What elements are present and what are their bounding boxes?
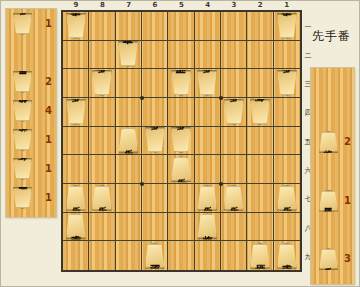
- gote-hand-silver[interactable]: 銀将: [12, 100, 33, 122]
- board-cell-4一[interactable]: [195, 12, 221, 41]
- file-label-8: 8: [89, 1, 115, 9]
- board-cell-3一[interactable]: [221, 12, 247, 41]
- board-cell-7三[interactable]: [116, 69, 142, 98]
- sente-hand-gold-count: 2: [344, 136, 351, 147]
- piece-kanji: 歩兵: [281, 83, 292, 84]
- board-cell-8五[interactable]: [89, 127, 115, 156]
- piece-kanji: 王将: [175, 83, 186, 84]
- sente-hand-tray: 金将2桂馬1歩兵3: [311, 68, 354, 284]
- board-cell-8六[interactable]: [89, 155, 115, 184]
- board-cell-5七[interactable]: [168, 184, 194, 213]
- piece-king-sente[interactable]: 玉将: [144, 243, 166, 269]
- board-cell-7一[interactable]: [116, 12, 142, 41]
- piece-gold-sente[interactable]: 金将: [196, 213, 218, 239]
- gote-hand-pawn-count: 1: [45, 18, 52, 29]
- board-cell-2五[interactable]: [247, 127, 273, 156]
- board-cell-8七[interactable]: 歩兵: [89, 184, 115, 213]
- board-cell-1二[interactable]: [274, 41, 300, 70]
- piece-pawn-sente[interactable]: 歩兵: [276, 185, 298, 211]
- piece-kanji: 桂馬: [324, 200, 334, 201]
- piece-pawn-sente[interactable]: 歩兵: [170, 156, 192, 182]
- board-cell-3六[interactable]: [221, 155, 247, 184]
- file-label-1: 1: [274, 1, 300, 9]
- board-cell-3八[interactable]: [221, 213, 247, 242]
- gote-hand-bishop[interactable]: 角行: [12, 158, 33, 180]
- board-cell-3七[interactable]: 歩兵: [221, 184, 247, 213]
- board-cell-2四[interactable]: 角行: [247, 98, 273, 127]
- board-cell-5八[interactable]: [168, 213, 194, 242]
- piece-kanji: 歩兵: [96, 83, 107, 84]
- board-cell-5二[interactable]: [168, 41, 194, 70]
- piece-gold-gote[interactable]: 金将: [12, 129, 33, 151]
- board-cell-4七[interactable]: 歩兵: [195, 184, 221, 213]
- hoshi-dot: [219, 96, 223, 100]
- board-cell-5六[interactable]: 歩兵: [168, 155, 194, 184]
- piece-kanji: 飛車: [18, 198, 28, 199]
- piece-pawn-sente[interactable]: 歩兵: [65, 185, 87, 211]
- piece-lance-gote[interactable]: 香車: [65, 13, 87, 39]
- piece-kanji: 歩兵: [324, 259, 334, 260]
- piece-kanji: 歩兵: [228, 111, 239, 112]
- piece-lance-gote[interactable]: 香車: [276, 13, 298, 39]
- board-cell-4三[interactable]: 歩兵: [195, 69, 221, 98]
- board-cell-9五[interactable]: [63, 127, 89, 156]
- board-cell-7八[interactable]: [116, 213, 142, 242]
- board-cell-6六[interactable]: [142, 155, 168, 184]
- piece-pawn-sente[interactable]: 歩兵: [117, 127, 139, 153]
- piece-kanji: 金将: [18, 140, 28, 141]
- shogi-app: 歩兵1桂馬2銀将4金将1角行1飛車1 香車香車飛車歩兵王将歩兵歩兵歩兵歩兵角行歩…: [0, 0, 360, 287]
- file-label-3: 3: [221, 1, 247, 9]
- piece-kanji: 歩兵: [228, 197, 239, 198]
- sente-hand-pawn[interactable]: 歩兵: [318, 248, 339, 270]
- file-label-4: 4: [195, 1, 221, 9]
- piece-kanji: 銀将: [18, 111, 28, 112]
- piece-pawn-gote[interactable]: 歩兵: [91, 70, 113, 96]
- piece-kanji: 歩兵: [96, 197, 107, 198]
- board-cell-7五[interactable]: 歩兵: [116, 127, 142, 156]
- piece-kanji: 香車: [70, 226, 81, 227]
- board-cell-3九[interactable]: [221, 241, 247, 270]
- piece-kanji: 歩兵: [149, 140, 160, 141]
- sente-hand-gold[interactable]: 金将: [318, 131, 339, 153]
- piece-pawn-gote[interactable]: 歩兵: [276, 70, 298, 96]
- gote-hand-knight-count: 2: [45, 76, 52, 87]
- turn-indicator-label: 先手番: [312, 28, 358, 45]
- board-cell-4八[interactable]: 金将: [195, 213, 221, 242]
- piece-kanji: 香車: [281, 255, 292, 256]
- board-cell-3四[interactable]: 歩兵: [221, 98, 247, 127]
- hoshi-dot: [140, 96, 144, 100]
- piece-knight-sente[interactable]: 桂馬: [249, 243, 271, 269]
- piece-kanji: 角行: [254, 111, 265, 112]
- hoshi-dot: [140, 182, 144, 186]
- board-cell-5九[interactable]: [168, 241, 194, 270]
- board-cell-5三[interactable]: 王将: [168, 69, 194, 98]
- board-cell-1八[interactable]: [274, 213, 300, 242]
- piece-lance-sente[interactable]: 香車: [276, 243, 298, 269]
- piece-pawn-sente[interactable]: 歩兵: [223, 185, 245, 211]
- board-cell-1三[interactable]: 歩兵: [274, 69, 300, 98]
- board-cell-6四[interactable]: [142, 98, 168, 127]
- board-cell-9一[interactable]: 香車: [63, 12, 89, 41]
- board-cell-6三[interactable]: [142, 69, 168, 98]
- board-cell-7四[interactable]: [116, 98, 142, 127]
- board-cell-5一[interactable]: [168, 12, 194, 41]
- piece-kanji: 桂馬: [254, 255, 265, 256]
- board-cell-8二[interactable]: [89, 41, 115, 70]
- board-cell-3五[interactable]: [221, 127, 247, 156]
- piece-kanji: 歩兵: [175, 169, 186, 170]
- board-cell-2八[interactable]: [247, 213, 273, 242]
- gote-hand-tray: 歩兵1桂馬2銀将4金将1角行1飛車1: [6, 9, 56, 217]
- piece-kanji: 桂馬: [18, 82, 28, 83]
- piece-lance-sente[interactable]: 香車: [65, 213, 87, 239]
- piece-kanji: 歩兵: [281, 197, 292, 198]
- board-cell-5四[interactable]: [168, 98, 194, 127]
- file-label-2: 2: [247, 1, 273, 9]
- shogi-board: 香車香車飛車歩兵王将歩兵歩兵歩兵歩兵角行歩兵歩兵歩兵歩兵歩兵歩兵歩兵歩兵歩兵香車…: [61, 10, 302, 272]
- gote-hand-rook-count: 1: [45, 192, 52, 203]
- board-cell-7二[interactable]: 飛車: [116, 41, 142, 70]
- board-cell-1六[interactable]: [274, 155, 300, 184]
- gote-hand-knight[interactable]: 桂馬: [12, 71, 33, 93]
- piece-rook-gote[interactable]: 飛車: [117, 41, 139, 67]
- gote-hand-rook[interactable]: 飛車: [12, 187, 33, 209]
- piece-pawn-gote[interactable]: 歩兵: [144, 127, 166, 153]
- board-cell-9九[interactable]: [63, 241, 89, 270]
- board-grid: 香車香車飛車歩兵王将歩兵歩兵歩兵歩兵角行歩兵歩兵歩兵歩兵歩兵歩兵歩兵歩兵歩兵香車…: [63, 12, 300, 270]
- piece-silver-gote[interactable]: 銀将: [12, 100, 33, 122]
- piece-kanji: 歩兵: [123, 140, 134, 141]
- file-label-7: 7: [116, 1, 142, 9]
- piece-gold-sente[interactable]: 金将: [318, 131, 339, 153]
- board-cell-4六[interactable]: [195, 155, 221, 184]
- board-cell-1一[interactable]: 香車: [274, 12, 300, 41]
- piece-kanji: 金将: [324, 142, 334, 143]
- board-cell-2一[interactable]: [247, 12, 273, 41]
- piece-rook-gote[interactable]: 飛車: [12, 187, 33, 209]
- board-cell-1七[interactable]: 歩兵: [274, 184, 300, 213]
- board-cell-7七[interactable]: [116, 184, 142, 213]
- board-cell-7六[interactable]: [116, 155, 142, 184]
- board-cell-1九[interactable]: 香車: [274, 241, 300, 270]
- piece-pawn-gote[interactable]: 歩兵: [196, 70, 218, 96]
- sente-hand-knight-count: 1: [344, 195, 351, 206]
- piece-kanji: 飛車: [123, 54, 134, 55]
- board-cell-6五[interactable]: 歩兵: [142, 127, 168, 156]
- board-cell-8三[interactable]: 歩兵: [89, 69, 115, 98]
- file-label-5: 5: [168, 1, 194, 9]
- piece-pawn-gote[interactable]: 歩兵: [170, 127, 192, 153]
- board-cell-4四[interactable]: [195, 98, 221, 127]
- board-cell-9八[interactable]: 香車: [63, 213, 89, 242]
- piece-kanji: 歩兵: [70, 111, 81, 112]
- board-cell-1五[interactable]: [274, 127, 300, 156]
- board-cell-2九[interactable]: 桂馬: [247, 241, 273, 270]
- piece-knight-gote[interactable]: 桂馬: [12, 71, 33, 93]
- piece-kanji: 角行: [18, 169, 28, 170]
- board-cell-6一[interactable]: [142, 12, 168, 41]
- piece-king-gote[interactable]: 王将: [170, 70, 192, 96]
- gote-hand-bishop-count: 1: [45, 163, 52, 174]
- piece-pawn-gote[interactable]: 歩兵: [65, 99, 87, 125]
- piece-kanji: 歩兵: [202, 197, 213, 198]
- gote-hand-silver-count: 4: [45, 105, 52, 116]
- board-cell-9四[interactable]: 歩兵: [63, 98, 89, 127]
- board-cell-3二[interactable]: [221, 41, 247, 70]
- hoshi-dot: [219, 182, 223, 186]
- board-cell-2七[interactable]: [247, 184, 273, 213]
- gote-hand-gold-count: 1: [45, 134, 52, 145]
- board-cell-8四[interactable]: [89, 98, 115, 127]
- board-cell-8九[interactable]: [89, 241, 115, 270]
- piece-knight-sente[interactable]: 桂馬: [318, 190, 339, 212]
- gote-hand-pawn[interactable]: 歩兵: [12, 13, 33, 35]
- board-cell-6二[interactable]: [142, 41, 168, 70]
- piece-pawn-gote[interactable]: 歩兵: [223, 99, 245, 125]
- rank-label-2: 二: [303, 51, 313, 61]
- board-cell-4五[interactable]: [195, 127, 221, 156]
- board-cell-2三[interactable]: [247, 69, 273, 98]
- piece-kanji: 歩兵: [70, 197, 81, 198]
- piece-kanji: 香車: [70, 25, 81, 26]
- piece-pawn-sente[interactable]: 歩兵: [318, 248, 339, 270]
- board-cell-2六[interactable]: [247, 155, 273, 184]
- board-cell-4二[interactable]: [195, 41, 221, 70]
- piece-pawn-sente[interactable]: 歩兵: [91, 185, 113, 211]
- board-cell-6九[interactable]: 玉将: [142, 241, 168, 270]
- piece-kanji: 歩兵: [18, 24, 28, 25]
- piece-kanji: 歩兵: [202, 83, 213, 84]
- board-cell-9二[interactable]: [63, 41, 89, 70]
- board-cell-8一[interactable]: [89, 12, 115, 41]
- board-cell-9六[interactable]: [63, 155, 89, 184]
- board-cell-5五[interactable]: 歩兵: [168, 127, 194, 156]
- board-cell-2二[interactable]: [247, 41, 273, 70]
- piece-kanji: 歩兵: [175, 140, 186, 141]
- piece-kanji: 金将: [202, 226, 213, 227]
- board-cell-4九[interactable]: [195, 241, 221, 270]
- board-cell-9三[interactable]: [63, 69, 89, 98]
- piece-pawn-gote[interactable]: 歩兵: [12, 13, 33, 35]
- file-label-6: 6: [142, 1, 168, 9]
- board-cell-6七[interactable]: [142, 184, 168, 213]
- piece-bishop-gote[interactable]: 角行: [12, 158, 33, 180]
- piece-bishop-gote[interactable]: 角行: [249, 99, 271, 125]
- piece-pawn-sente[interactable]: 歩兵: [196, 185, 218, 211]
- file-label-9: 9: [63, 1, 89, 9]
- sente-hand-pawn-count: 3: [344, 253, 351, 264]
- gote-hand-gold[interactable]: 金将: [12, 129, 33, 151]
- piece-kanji: 玉将: [149, 255, 160, 256]
- board-cell-3三[interactable]: [221, 69, 247, 98]
- board-cell-7九[interactable]: [116, 241, 142, 270]
- board-cell-9七[interactable]: 歩兵: [63, 184, 89, 213]
- board-cell-1四[interactable]: [274, 98, 300, 127]
- board-cell-8八[interactable]: [89, 213, 115, 242]
- board-cell-6八[interactable]: [142, 213, 168, 242]
- piece-kanji: 香車: [281, 25, 292, 26]
- sente-hand-knight[interactable]: 桂馬: [318, 190, 339, 212]
